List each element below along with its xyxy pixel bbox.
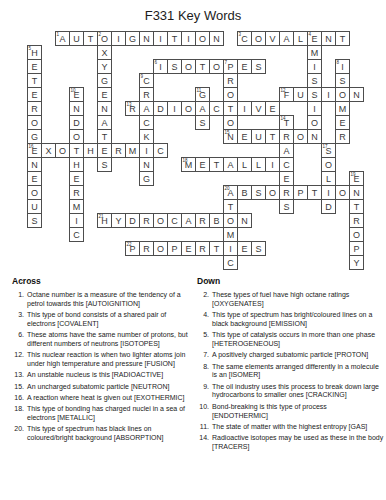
cell-letter: R [339, 132, 346, 142]
across-clue-13: 13.An unstable nucleus is this [RADIOACT… [12, 371, 193, 380]
cell-number: 7 [225, 60, 228, 65]
grid-cell-r8c4: H [83, 143, 98, 158]
grid-cell-r0c21: N [321, 31, 336, 46]
cell-letter: H [73, 160, 80, 170]
cell-letter: R [199, 216, 206, 226]
cell-letter: T [340, 34, 346, 44]
grid-cell-r6c18: 14T [279, 115, 294, 130]
across-clues-section: Across 1.Octane number is a measure of t… [12, 276, 193, 445]
cell-letter: T [172, 34, 178, 44]
cell-letter: O [101, 34, 108, 44]
cell-letter: G [129, 34, 136, 44]
grid-cell-r13c6: Y [111, 213, 126, 228]
grid-cell-r5c8: A [139, 101, 154, 116]
clue-text: A reaction where heat is given out [EXOT… [27, 394, 193, 403]
cell-letter: R [143, 216, 150, 226]
cell-number: 18 [183, 158, 188, 163]
cell-letter: O [227, 216, 234, 226]
grid-cell-r11c14: 20A [223, 185, 238, 200]
clue-text: The oil industry uses this process to br… [212, 383, 384, 401]
cell-letter: S [255, 244, 261, 254]
cell-letter: I [327, 188, 330, 198]
grid-cell-r4c3: 10E [69, 87, 84, 102]
cell-letter: N [353, 188, 360, 198]
grid-cell-r0c2: 1A [55, 31, 70, 46]
grid-cell-r5c13: C [209, 101, 224, 116]
cell-number: 4 [309, 32, 312, 37]
cell-number: 11 [197, 88, 202, 93]
grid-cell-r5c9: D [153, 101, 168, 116]
grid-cell-r7c14: 15N [223, 129, 238, 144]
clue-text: A positively charged subatomic particle … [212, 351, 384, 360]
cell-letter: M [227, 230, 235, 240]
cell-letter: C [143, 76, 150, 86]
grid-cell-r11c16: S [251, 185, 266, 200]
puzzle-title: F331 Key Words [0, 8, 386, 23]
cell-letter: P [297, 188, 303, 198]
cell-letter: S [255, 62, 261, 72]
cell-letter: K [143, 132, 149, 142]
clue-text: Radioactive isotopes may be used as thes… [212, 434, 384, 452]
cell-letter: R [73, 188, 80, 198]
grid-cell-r5c17: E [265, 101, 280, 116]
grid-cell-r13c13: B [209, 213, 224, 228]
grid-cell-r5c3: N [69, 101, 84, 116]
cell-letter: O [339, 90, 346, 100]
cell-letter: C [157, 146, 164, 156]
cell-letter: S [311, 90, 317, 100]
clue-number: 2. [197, 291, 209, 309]
grid-cell-r9c8: N [139, 157, 154, 172]
cell-letter: O [325, 160, 332, 170]
cell-letter: M [73, 202, 81, 212]
grid-cell-r4c21: I [321, 87, 336, 102]
cell-letter: T [200, 62, 206, 72]
cell-letter: O [297, 132, 304, 142]
grid-cell-r15c15: E [237, 241, 252, 256]
cell-letter: D [157, 104, 164, 114]
across-clue-20: 20.This type of spectrum has black lines… [12, 425, 193, 443]
clue-text: The state of matter with the highest ent… [212, 423, 384, 432]
cell-letter: O [199, 34, 206, 44]
cell-letter: E [185, 244, 191, 254]
grid-cell-r4c12: 11G [195, 87, 210, 102]
cell-letter: G [101, 76, 108, 86]
grid-cell-r15c10: P [167, 241, 182, 256]
cell-number: 1 [57, 32, 60, 37]
cell-letter: I [229, 244, 232, 254]
grid-cell-r7c16: U [251, 129, 266, 144]
down-clue-2: 2.These types of fuel have high octane r… [197, 291, 384, 309]
grid-cell-r3c0: T [27, 73, 42, 88]
grid-cell-r11c15: B [237, 185, 252, 200]
grid-cell-r16c23: Y [349, 255, 364, 270]
cell-letter: A [283, 146, 289, 156]
across-clue-12: 12.This nuclear reaction is when two lig… [12, 351, 193, 369]
cell-letter: I [187, 34, 190, 44]
cell-letter: I [243, 104, 246, 114]
cell-letter: E [31, 90, 37, 100]
down-clue-14: 14.Radioactive isotopes may be used as t… [197, 434, 384, 452]
cell-letter: S [199, 118, 205, 128]
cell-letter: V [269, 34, 275, 44]
clue-text: An uncharged subatomic particle [NEUTRON… [27, 383, 193, 392]
cell-letter: R [115, 146, 122, 156]
grid-cell-r2c16: S [251, 59, 266, 74]
cell-letter: O [157, 216, 164, 226]
cell-letter: T [88, 34, 94, 44]
clue-number: 13. [12, 371, 24, 380]
grid-cell-r0c8: N [139, 31, 154, 46]
cell-number: 3 [239, 32, 242, 37]
cell-letter: L [242, 160, 247, 170]
cell-letter: N [101, 104, 108, 114]
grid-cell-r11c22: O [335, 185, 350, 200]
cell-letter: E [73, 174, 79, 184]
grid-cell-r0c18: A [279, 31, 294, 46]
grid-cell-r15c12: R [195, 241, 210, 256]
grid-cell-r15c7: 22P [125, 241, 140, 256]
grid-cell-r1c20: M [307, 45, 322, 60]
cell-letter: I [271, 160, 274, 170]
grid-cell-r1c0: 5H [27, 45, 42, 60]
clue-number: 3. [12, 311, 24, 329]
grid-cell-r13c23: R [349, 213, 364, 228]
cell-letter: X [101, 48, 107, 58]
clue-text: This nuclear reaction is when two lighte… [27, 351, 193, 369]
cell-letter: O [311, 118, 318, 128]
cell-letter: D [325, 202, 332, 212]
cell-letter: U [31, 202, 38, 212]
cell-letter: I [313, 104, 316, 114]
grid-cell-r6c0: O [27, 115, 42, 130]
grid-cell-r0c4: T [83, 31, 98, 46]
cell-letter: S [255, 188, 261, 198]
grid-cell-r0c13: N [209, 31, 224, 46]
cell-letter: E [101, 90, 107, 100]
grid-cell-r15c11: E [181, 241, 196, 256]
grid-cell-r12c23: T [349, 199, 364, 214]
grid-cell-r2c22: 8I [335, 59, 350, 74]
cell-letter: M [129, 146, 137, 156]
cell-number: 9 [141, 74, 144, 79]
cell-letter: B [241, 188, 247, 198]
grid-cell-r4c0: E [27, 87, 42, 102]
grid-cell-r7c5: T [97, 129, 112, 144]
cell-letter: S [311, 76, 317, 86]
across-clue-6: 6.These atoms have the same number of pr… [12, 331, 193, 349]
cell-letter: V [255, 104, 261, 114]
grid-cell-r5c7: 13R [125, 101, 140, 116]
grid-cell-r5c11: O [181, 101, 196, 116]
clue-text: Octane number is a measure of the tenden… [27, 291, 193, 309]
cell-letter: Y [353, 258, 359, 268]
cell-letter: R [227, 76, 234, 86]
grid-cell-r2c10: S [167, 59, 182, 74]
grid-cell-r0c6: I [111, 31, 126, 46]
cell-letter: C [73, 230, 80, 240]
grid-cell-r0c10: T [167, 31, 182, 46]
grid-cell-r12c0: U [27, 199, 42, 214]
cell-letter: O [73, 132, 80, 142]
grid-cell-r1c5: X [97, 45, 112, 60]
grid-cell-r12c3: M [69, 199, 84, 214]
cell-number: 19 [351, 172, 356, 177]
grid-cell-r5c12: A [195, 101, 210, 116]
cell-letter: E [339, 118, 345, 128]
cell-letter: I [117, 34, 120, 44]
grid-cell-r4c23: N [349, 87, 364, 102]
cell-letter: O [59, 146, 66, 156]
cell-letter: I [145, 146, 148, 156]
cell-letter: D [73, 118, 80, 128]
cell-letter: H [87, 146, 94, 156]
grid-cell-r9c5: S [97, 157, 112, 172]
clue-number: 11. [197, 423, 209, 432]
grid-cell-r9c17: I [265, 157, 280, 172]
cell-letter: N [325, 34, 332, 44]
grid-cell-r9c12: E [195, 157, 210, 172]
cell-number: 12 [281, 88, 286, 93]
crossword-page: F331 Key Words 1AUT2OIGNITION3COVAL4ENT5… [0, 0, 386, 500]
grid-cell-r6c3: D [69, 115, 84, 130]
grid-cell-r14c23: O [349, 227, 364, 242]
cell-letter: P [227, 62, 233, 72]
grid-cell-r0c11: I [181, 31, 196, 46]
grid-cell-r7c18: R [279, 129, 294, 144]
grid-cell-r7c15: E [237, 129, 252, 144]
grid-cell-r12c21: D [321, 199, 336, 214]
grid-cell-r11c18: R [279, 185, 294, 200]
cell-letter: A [283, 34, 289, 44]
grid-cell-r0c7: G [125, 31, 140, 46]
across-header: Across [12, 276, 193, 286]
cell-letter: R [143, 90, 150, 100]
grid-cell-r9c14: A [223, 157, 238, 172]
grid-cell-r6c14: O [223, 115, 238, 130]
cell-letter: N [311, 132, 318, 142]
grid-cell-r15c8: R [139, 241, 154, 256]
down-header: Down [197, 276, 384, 286]
grid-cell-r2c14: 7P [223, 59, 238, 74]
cell-letter: E [101, 146, 107, 156]
grid-cell-r6c12: S [195, 115, 210, 130]
cell-letter: O [185, 104, 192, 114]
cell-letter: H [31, 48, 38, 58]
cell-letter: A [227, 160, 233, 170]
cell-letter: E [283, 174, 289, 184]
down-clue-8: 8.The same elements arranged differently… [197, 363, 384, 381]
cell-letter: L [256, 160, 261, 170]
cell-letter: T [74, 146, 80, 156]
cell-letter: A [199, 104, 205, 114]
grid-cell-r4c8: R [139, 87, 154, 102]
grid-cell-r4c5: E [97, 87, 112, 102]
down-clue-11: 11.The state of matter with the highest … [197, 423, 384, 432]
down-clue-10: 10.Bond-breaking is this type of process… [197, 403, 384, 421]
clue-number: 7. [197, 351, 209, 360]
grid-cell-r5c15: I [237, 101, 252, 116]
grid-cell-r15c14: I [223, 241, 238, 256]
cell-letter: O [227, 90, 234, 100]
grid-cell-r0c12: O [195, 31, 210, 46]
cell-letter: O [227, 118, 234, 128]
cell-letter: A [143, 104, 149, 114]
grid-cell-r0c19: L [293, 31, 308, 46]
cell-letter: R [353, 216, 360, 226]
cell-letter: A [185, 216, 191, 226]
grid-cell-r5c22: M [335, 101, 350, 116]
grid-cell-r5c20: I [307, 101, 322, 116]
grid-cell-r7c8: K [139, 129, 154, 144]
clue-number: 14. [197, 434, 209, 452]
clue-text: Bond-breaking is this type of process [E… [212, 403, 384, 421]
cell-letter: N [31, 160, 38, 170]
cell-letter: S [171, 62, 177, 72]
cell-letter: O [353, 230, 360, 240]
clue-number: 4. [197, 311, 209, 329]
cell-letter: O [339, 188, 346, 198]
cell-number: 10 [71, 88, 76, 93]
clue-text: This type of spectrum has bright/coloure… [212, 311, 384, 329]
cell-letter: L [326, 174, 331, 184]
cell-letter: S [31, 216, 37, 226]
grid-cell-r11c23: N [349, 185, 364, 200]
grid-cell-r3c22: S [335, 73, 350, 88]
cell-number: 16 [29, 144, 34, 149]
grid-cell-r11c17: O [265, 185, 280, 200]
grid-cell-r13c3: I [69, 213, 84, 228]
cell-letter: O [213, 62, 220, 72]
cell-number: 17 [323, 144, 328, 149]
cell-letter: M [311, 48, 319, 58]
cell-number: 2 [99, 32, 102, 37]
grid-cell-r11c21: I [321, 185, 336, 200]
cell-letter: O [157, 244, 164, 254]
grid-cell-r15c23: P [349, 241, 364, 256]
grid-cell-r8c8: I [139, 143, 154, 158]
grid-cell-r8c7: M [125, 143, 140, 158]
grid-cell-r9c3: H [69, 157, 84, 172]
cell-letter: N [143, 34, 150, 44]
cell-letter: R [283, 188, 290, 198]
cell-letter: R [143, 244, 150, 254]
grid-cell-r6c8: C [139, 115, 154, 130]
grid-cell-r11c19: P [293, 185, 308, 200]
down-clues-section: Down 2.These types of fuel have high oct… [197, 276, 384, 454]
grid-cell-r7c17: T [265, 129, 280, 144]
grid-cell-r6c5: A [97, 115, 112, 130]
cell-letter: S [339, 76, 345, 86]
grid-cell-r13c14: O [223, 213, 238, 228]
cell-letter: T [214, 244, 220, 254]
cell-number: 8 [337, 60, 340, 65]
across-clue-list: 1.Octane number is a measure of the tend… [12, 291, 193, 443]
clue-number: 20. [12, 425, 24, 443]
clue-number: 16. [12, 394, 24, 403]
grid-cell-r8c0: 16E [27, 143, 42, 158]
cell-letter: C [227, 258, 234, 268]
cell-letter: P [353, 244, 359, 254]
clue-number: 10. [197, 403, 209, 421]
grid-cell-r2c12: T [195, 59, 210, 74]
grid-cell-r14c14: M [223, 227, 238, 242]
cell-letter: O [255, 34, 262, 44]
grid-cell-r12c14: T [223, 199, 238, 214]
cell-letter: T [228, 104, 234, 114]
cell-letter: M [339, 104, 347, 114]
grid-cell-r8c5: E [97, 143, 112, 158]
clue-number: 5. [197, 331, 209, 349]
grid-cell-r7c22: R [335, 129, 350, 144]
cell-letter: T [354, 202, 360, 212]
grid-cell-r8c1: X [41, 143, 56, 158]
cell-number: 20 [225, 186, 230, 191]
clue-text: An unstable nucleus is this [RADIOACTIVE… [27, 371, 193, 380]
cell-letter: S [101, 160, 107, 170]
cell-letter: R [283, 132, 290, 142]
grid-cell-r0c3: U [69, 31, 84, 46]
grid-cell-r13c5: 21H [97, 213, 112, 228]
cell-letter: C [143, 118, 150, 128]
grid-cell-r4c14: O [223, 87, 238, 102]
grid-cell-r2c9: 6I [153, 59, 168, 74]
cell-letter: C [283, 160, 290, 170]
cell-number: 14 [281, 116, 286, 121]
grid-cell-r4c19: U [293, 87, 308, 102]
grid-cell-r6c22: E [335, 115, 350, 130]
clue-number: 6. [12, 331, 24, 349]
grid-cell-r9c11: 18M [181, 157, 196, 172]
cell-letter: T [214, 160, 220, 170]
grid-cell-r13c7: D [125, 213, 140, 228]
grid-cell-r13c8: R [139, 213, 154, 228]
grid-cell-r13c11: A [181, 213, 196, 228]
grid-cell-r5c14: T [223, 101, 238, 116]
grid-cell-r0c5: 2O [97, 31, 112, 46]
cell-letter: Y [101, 62, 107, 72]
grid-cell-r7c0: G [27, 129, 42, 144]
cell-letter: G [31, 132, 38, 142]
cell-letter: N [213, 34, 220, 44]
cell-letter: N [143, 160, 150, 170]
cell-letter: E [31, 62, 37, 72]
grid-cell-r9c21: O [321, 157, 336, 172]
grid-cell-r9c16: L [251, 157, 266, 172]
grid-cell-r5c5: N [97, 101, 112, 116]
grid-cell-r8c3: T [69, 143, 84, 158]
cell-letter: U [73, 34, 80, 44]
cell-letter: S [283, 202, 289, 212]
cell-letter: O [185, 62, 192, 72]
grid-cell-r13c9: O [153, 213, 168, 228]
grid-cell-r10c0: E [27, 171, 42, 186]
cell-letter: E [199, 160, 205, 170]
grid-cell-r4c22: O [335, 87, 350, 102]
cell-number: 5 [29, 46, 32, 51]
across-clue-18: 18.This type of bonding has charged nucl… [12, 405, 193, 423]
cell-letter: U [255, 132, 262, 142]
cell-letter: P [171, 244, 177, 254]
grid-cell-r2c0: E [27, 59, 42, 74]
cell-letter: T [312, 188, 318, 198]
clue-text: These atoms have the same number of prot… [27, 331, 193, 349]
grid-cell-r0c16: O [251, 31, 266, 46]
cell-letter: I [341, 62, 344, 72]
down-clue-9: 9.The oil industry uses this process to … [197, 383, 384, 401]
down-clue-5: 5.This type of catalysis occurs in more … [197, 331, 384, 349]
cell-letter: T [270, 132, 276, 142]
